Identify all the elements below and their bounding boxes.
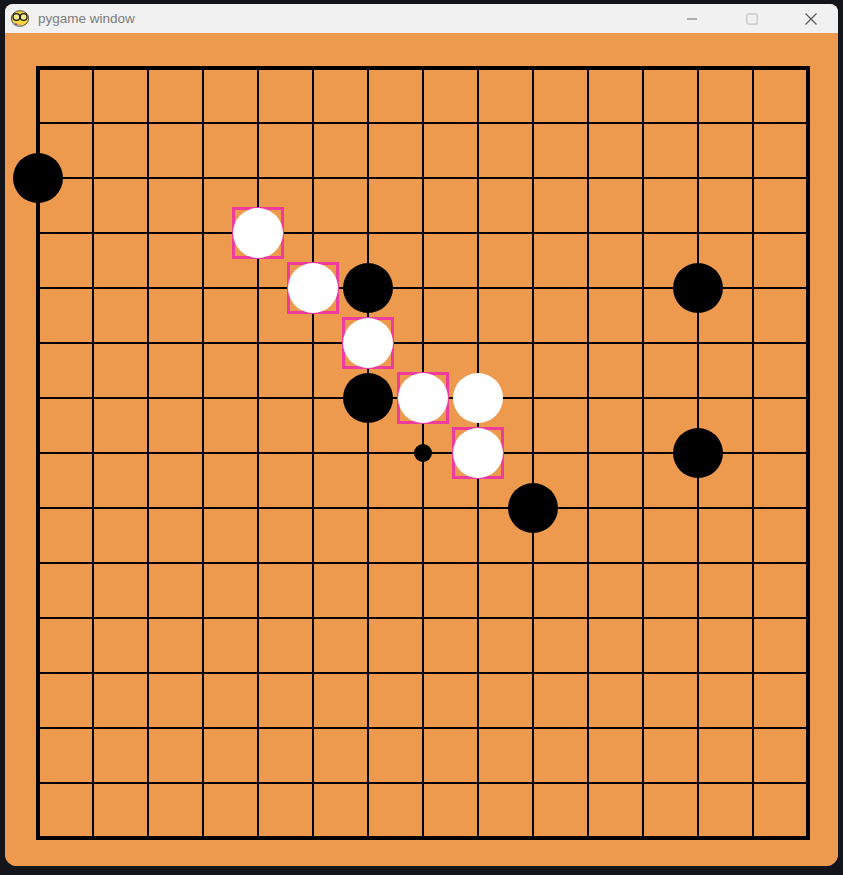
board-point: ○ (341, 316, 396, 371)
board-point: ● (341, 371, 396, 426)
star-point-marker (414, 444, 432, 462)
black-stone: ● (508, 483, 558, 533)
window-title: pygame window (38, 11, 135, 26)
board-point: ○ (451, 426, 506, 481)
close-button[interactable] (800, 8, 822, 30)
board-point: ● (671, 261, 726, 316)
board-point: ○ (286, 261, 341, 316)
board-point: ● (341, 261, 396, 316)
pygame-window: pygame window ●○○●○●○○○●●● (5, 4, 838, 866)
board-point: ○ (231, 206, 286, 261)
white-stone: ○ (453, 428, 503, 478)
stones-grid: ●○○●○●○○○●●● (11, 41, 836, 866)
board-point: ○ (396, 371, 451, 426)
pygame-logo-icon (10, 9, 30, 29)
gomoku-board[interactable]: ●○○●○●○○○●●● (5, 33, 838, 866)
minimize-icon (685, 12, 699, 26)
white-stone: ○ (233, 208, 283, 258)
white-stone: ○ (343, 318, 393, 368)
maximize-icon (745, 12, 759, 26)
maximize-button[interactable] (741, 8, 763, 30)
board-point: ○ (451, 371, 506, 426)
black-stone: ● (343, 263, 393, 313)
black-stone: ● (673, 263, 723, 313)
board-point (396, 426, 451, 481)
minimize-button[interactable] (681, 8, 703, 30)
black-stone: ● (343, 373, 393, 423)
titlebar[interactable]: pygame window (5, 4, 838, 33)
white-stone: ○ (288, 263, 338, 313)
black-stone: ● (673, 428, 723, 478)
close-icon (803, 11, 819, 27)
board-point: ● (506, 481, 561, 536)
white-stone: ○ (453, 373, 503, 423)
board-point: ● (671, 426, 726, 481)
board-point: ● (11, 151, 66, 206)
white-stone: ○ (398, 373, 448, 423)
black-stone: ● (13, 153, 63, 203)
